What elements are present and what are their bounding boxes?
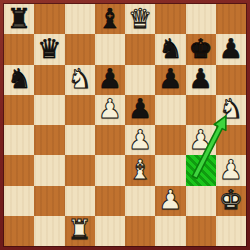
square-e8[interactable]: ♛ [125, 4, 155, 34]
piece-black-knight-f7[interactable]: ♞ [158, 35, 182, 62]
square-c1[interactable]: ♜ [65, 216, 95, 246]
square-b2[interactable] [34, 186, 64, 216]
chess-board: ♜♝♛♛♞♚♟♞♞♟♟♟♟♟♞♟♟♝♟♟♚♜ [4, 4, 246, 246]
square-c3[interactable] [65, 155, 95, 185]
square-c5[interactable] [65, 95, 95, 125]
piece-black-knight-a6[interactable]: ♞ [7, 65, 31, 92]
square-g6[interactable]: ♟ [186, 65, 216, 95]
square-a8[interactable]: ♜ [4, 4, 34, 34]
square-f2[interactable]: ♟ [155, 186, 185, 216]
square-a5[interactable] [4, 95, 34, 125]
square-b3[interactable] [34, 155, 64, 185]
piece-black-pawn-e5[interactable]: ♟ [128, 95, 152, 122]
square-h3[interactable]: ♟ [216, 155, 246, 185]
square-g3[interactable] [186, 155, 216, 185]
piece-white-pawn-f2[interactable]: ♟ [158, 186, 182, 213]
piece-black-pawn-h7[interactable]: ♟ [219, 35, 243, 62]
square-d3[interactable] [95, 155, 125, 185]
piece-black-bishop-d8[interactable]: ♝ [98, 5, 122, 32]
piece-black-pawn-d6[interactable]: ♟ [98, 65, 122, 92]
square-c8[interactable] [65, 4, 95, 34]
square-g8[interactable] [186, 4, 216, 34]
square-c6[interactable]: ♞ [65, 65, 95, 95]
piece-white-queen-e8[interactable]: ♛ [128, 5, 152, 32]
square-a4[interactable] [4, 125, 34, 155]
square-h2[interactable]: ♚ [216, 186, 246, 216]
square-g1[interactable] [186, 216, 216, 246]
square-g4[interactable]: ♟ [186, 125, 216, 155]
square-d2[interactable] [95, 186, 125, 216]
square-c2[interactable] [65, 186, 95, 216]
board-frame: ♜♝♛♛♞♚♟♞♞♟♟♟♟♟♞♟♟♝♟♟♚♜ [0, 0, 250, 250]
square-h4[interactable] [216, 125, 246, 155]
square-b4[interactable] [34, 125, 64, 155]
square-h1[interactable] [216, 216, 246, 246]
square-c4[interactable] [65, 125, 95, 155]
square-a1[interactable] [4, 216, 34, 246]
square-b5[interactable] [34, 95, 64, 125]
square-f8[interactable] [155, 4, 185, 34]
square-g2[interactable] [186, 186, 216, 216]
square-d7[interactable] [95, 34, 125, 64]
square-h6[interactable] [216, 65, 246, 95]
square-a7[interactable] [4, 34, 34, 64]
square-f3[interactable] [155, 155, 185, 185]
piece-white-pawn-e4[interactable]: ♟ [128, 126, 152, 153]
square-e2[interactable] [125, 186, 155, 216]
square-h5[interactable]: ♞ [216, 95, 246, 125]
square-b7[interactable]: ♛ [34, 34, 64, 64]
piece-black-pawn-g6[interactable]: ♟ [189, 65, 213, 92]
square-d1[interactable] [95, 216, 125, 246]
square-e5[interactable]: ♟ [125, 95, 155, 125]
square-c7[interactable] [65, 34, 95, 64]
square-h8[interactable] [216, 4, 246, 34]
square-d6[interactable]: ♟ [95, 65, 125, 95]
square-e3[interactable]: ♝ [125, 155, 155, 185]
piece-white-pawn-h3[interactable]: ♟ [219, 156, 243, 183]
square-e6[interactable] [125, 65, 155, 95]
piece-white-knight-c6[interactable]: ♞ [68, 65, 92, 92]
square-d4[interactable] [95, 125, 125, 155]
square-f7[interactable]: ♞ [155, 34, 185, 64]
square-b8[interactable] [34, 4, 64, 34]
square-d5[interactable]: ♟ [95, 95, 125, 125]
piece-black-queen-b7[interactable]: ♛ [37, 35, 61, 62]
piece-white-bishop-e3[interactable]: ♝ [128, 156, 152, 183]
piece-black-rook-a8[interactable]: ♜ [7, 5, 31, 32]
square-d8[interactable]: ♝ [95, 4, 125, 34]
square-f6[interactable]: ♟ [155, 65, 185, 95]
square-b6[interactable] [34, 65, 64, 95]
piece-white-pawn-g4[interactable]: ♟ [189, 126, 213, 153]
square-f1[interactable] [155, 216, 185, 246]
piece-black-king-g7[interactable]: ♚ [189, 35, 213, 62]
square-g5[interactable] [186, 95, 216, 125]
piece-white-rook-c1[interactable]: ♜ [68, 216, 92, 243]
square-h7[interactable]: ♟ [216, 34, 246, 64]
piece-white-knight-h5[interactable]: ♞ [219, 95, 243, 122]
square-a2[interactable] [4, 186, 34, 216]
square-e4[interactable]: ♟ [125, 125, 155, 155]
square-f4[interactable] [155, 125, 185, 155]
square-b1[interactable] [34, 216, 64, 246]
square-a6[interactable]: ♞ [4, 65, 34, 95]
piece-white-pawn-d5[interactable]: ♟ [98, 95, 122, 122]
square-e7[interactable] [125, 34, 155, 64]
square-f5[interactable] [155, 95, 185, 125]
piece-black-pawn-f6[interactable]: ♟ [158, 65, 182, 92]
square-a3[interactable] [4, 155, 34, 185]
piece-white-king-h2[interactable]: ♚ [219, 186, 243, 213]
square-e1[interactable] [125, 216, 155, 246]
square-g7[interactable]: ♚ [186, 34, 216, 64]
